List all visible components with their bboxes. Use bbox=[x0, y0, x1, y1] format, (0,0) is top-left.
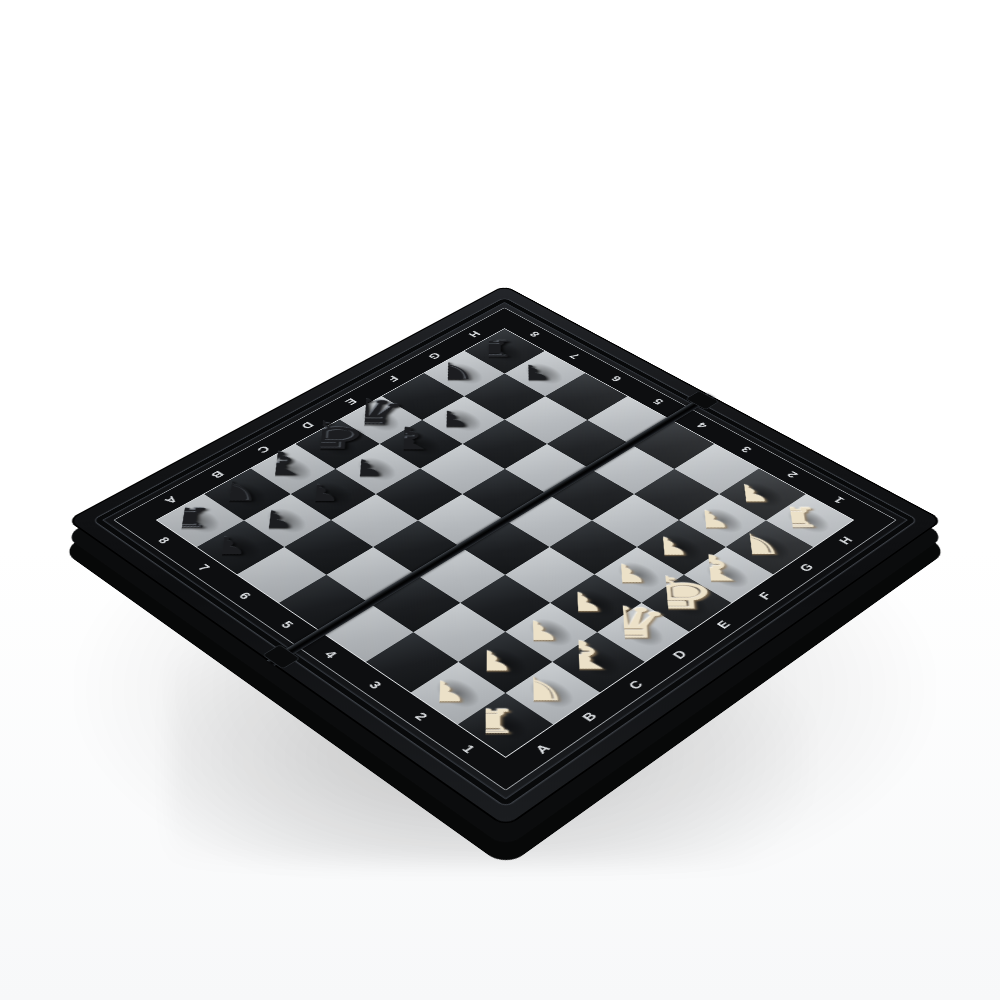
white-bishop-c1: ♝ bbox=[552, 632, 645, 693]
bishop-glyph: ♝ bbox=[364, 424, 445, 453]
queen-glyph: ♛ bbox=[573, 603, 675, 644]
file-label-H: H bbox=[831, 531, 862, 550]
file-label-F: F bbox=[749, 586, 781, 606]
rank-label-6: 6 bbox=[229, 586, 261, 606]
bishop-glyph: ♝ bbox=[535, 637, 625, 674]
white-pawn-b2: ♟ bbox=[459, 632, 552, 693]
square-b1 bbox=[505, 662, 600, 725]
square-e3 bbox=[549, 520, 637, 574]
square-c3 bbox=[460, 574, 551, 631]
file-label-C: C bbox=[619, 674, 652, 696]
square-c1 bbox=[552, 632, 645, 693]
white-pawn-a2: ♟ bbox=[411, 662, 506, 725]
rook-glyph: ♜ bbox=[148, 505, 218, 531]
knight-glyph: ♞ bbox=[415, 359, 480, 382]
square-d1 bbox=[597, 603, 689, 662]
white-pawn-d2: ♟ bbox=[551, 574, 642, 631]
square-b5 bbox=[326, 547, 415, 603]
square-b6 bbox=[285, 520, 373, 574]
square-a4 bbox=[322, 603, 414, 662]
black-pawn-a7: ♟ bbox=[197, 520, 285, 574]
file-label-B: B bbox=[573, 705, 607, 728]
product-photo: 88HH77GG66FF55EE44DD33CC22BB11AA ♜♞♝♚♛♞♜… bbox=[0, 0, 1000, 1000]
king-glyph: ♚ bbox=[614, 572, 722, 614]
rank-label-3: 3 bbox=[359, 674, 392, 696]
pawn-glyph: ♟ bbox=[502, 363, 555, 382]
knight-glyph: ♞ bbox=[194, 478, 267, 504]
white-knight-b1: ♞ bbox=[505, 662, 600, 725]
square-c5 bbox=[373, 520, 461, 574]
square-a6 bbox=[237, 547, 326, 603]
knight-glyph: ♞ bbox=[496, 673, 572, 705]
rank-label-2: 2 bbox=[404, 705, 438, 728]
square-b2 bbox=[459, 632, 552, 693]
rank-label-8: 8 bbox=[149, 531, 180, 550]
square-b4 bbox=[369, 574, 460, 631]
white-queen-d1: ♛ bbox=[597, 603, 689, 662]
file-label-D: D bbox=[664, 644, 697, 666]
pawn-glyph: ♟ bbox=[240, 508, 300, 530]
square-c4 bbox=[416, 547, 505, 603]
file-label-G: G bbox=[791, 558, 822, 578]
square-a1 bbox=[458, 692, 554, 756]
bishop-glyph: ♝ bbox=[234, 448, 318, 478]
chess-board: 88HH77GG66FF55EE44DD33CC22BB11AA ♜♞♝♚♛♞♜… bbox=[67, 285, 944, 828]
pawn-glyph: ♟ bbox=[502, 619, 563, 644]
square-a2 bbox=[411, 662, 506, 725]
file-label-E: E bbox=[707, 614, 739, 635]
square-a3 bbox=[366, 632, 459, 693]
rank-label-7: 7 bbox=[188, 558, 219, 578]
white-king-e1: ♚ bbox=[641, 574, 732, 631]
pawn-glyph: ♟ bbox=[407, 679, 470, 705]
rank-label-4: 4 bbox=[314, 644, 347, 666]
rank-label-1: 1 bbox=[451, 737, 486, 761]
pawn-glyph: ♟ bbox=[332, 458, 389, 479]
white-rook-a1: ♜ bbox=[458, 692, 554, 756]
square-e1 bbox=[641, 574, 732, 631]
square-d2 bbox=[551, 574, 642, 631]
file-label-A: A bbox=[525, 737, 560, 761]
rook-glyph: ♜ bbox=[449, 706, 523, 737]
pawn-glyph: ♟ bbox=[456, 648, 518, 674]
rank-label-5: 5 bbox=[271, 614, 303, 635]
board-face: 88HH77GG66FF55EE44DD33CC22BB11AA ♜♞♝♚♛♞♜… bbox=[67, 285, 944, 828]
pawn-glyph: ♟ bbox=[192, 535, 253, 558]
pawn-glyph: ♟ bbox=[547, 590, 608, 614]
white-pawn-c2: ♟ bbox=[505, 603, 597, 662]
square-d3 bbox=[505, 547, 594, 603]
scene: 88HH77GG66FF55EE44DD33CC22BB11AA ♜♞♝♚♛♞♜… bbox=[0, 0, 1000, 1000]
square-c2 bbox=[505, 603, 597, 662]
pawn-glyph: ♟ bbox=[287, 483, 346, 505]
square-b3 bbox=[413, 603, 505, 662]
square-a7 bbox=[197, 520, 285, 574]
square-d4 bbox=[461, 520, 549, 574]
square-a5 bbox=[279, 574, 370, 631]
